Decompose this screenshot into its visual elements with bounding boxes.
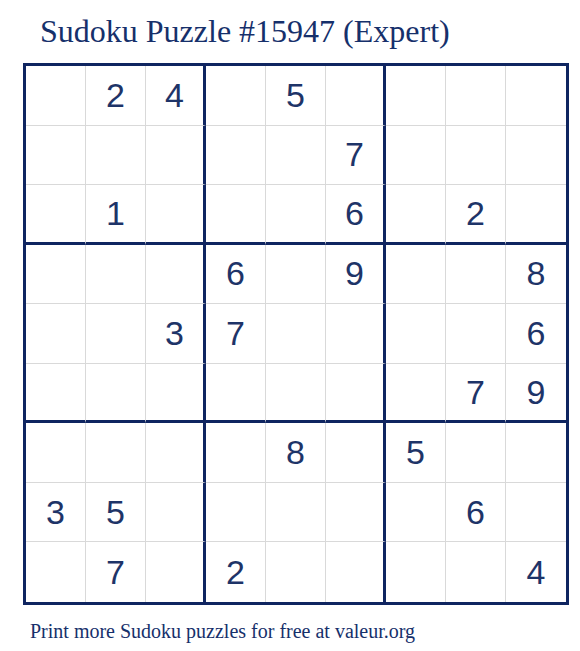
cell-r5c1 xyxy=(26,304,86,364)
cell-r2c7 xyxy=(386,126,446,186)
cell-r4c8 xyxy=(446,245,506,305)
cell-r1c3: 4 xyxy=(146,66,206,126)
cell-r7c6 xyxy=(326,423,386,483)
cell-r6c8: 7 xyxy=(446,364,506,424)
cell-r8c4 xyxy=(206,483,266,543)
cell-r2c4 xyxy=(206,126,266,186)
cell-r5c3: 3 xyxy=(146,304,206,364)
cell-r7c9 xyxy=(506,423,566,483)
cell-r5c5 xyxy=(266,304,326,364)
cell-r7c1 xyxy=(26,423,86,483)
cell-r9c4: 2 xyxy=(206,542,266,602)
sudoku-board: 24571626983767985356724 xyxy=(23,63,569,605)
cell-r2c5 xyxy=(266,126,326,186)
cell-r8c3 xyxy=(146,483,206,543)
page-title: Sudoku Puzzle #15947 (Expert) xyxy=(40,12,580,50)
cell-r5c2 xyxy=(86,304,146,364)
cell-r1c1 xyxy=(26,66,86,126)
cell-r3c9 xyxy=(506,185,566,245)
cell-r8c6 xyxy=(326,483,386,543)
cell-r4c2 xyxy=(86,245,146,305)
cell-r1c5: 5 xyxy=(266,66,326,126)
cell-r7c7: 5 xyxy=(386,423,446,483)
cell-r4c9: 8 xyxy=(506,245,566,305)
cell-r7c3 xyxy=(146,423,206,483)
cell-r2c2 xyxy=(86,126,146,186)
cell-r2c1 xyxy=(26,126,86,186)
cell-r9c5 xyxy=(266,542,326,602)
cell-r3c3 xyxy=(146,185,206,245)
cell-r4c5 xyxy=(266,245,326,305)
cell-r9c6 xyxy=(326,542,386,602)
cell-r5c4: 7 xyxy=(206,304,266,364)
cell-r2c6: 7 xyxy=(326,126,386,186)
cell-r3c5 xyxy=(266,185,326,245)
cell-r3c1 xyxy=(26,185,86,245)
cell-r4c1 xyxy=(26,245,86,305)
cell-r8c9 xyxy=(506,483,566,543)
cell-r3c4 xyxy=(206,185,266,245)
cell-r3c2: 1 xyxy=(86,185,146,245)
cell-r1c2: 2 xyxy=(86,66,146,126)
cell-r3c8: 2 xyxy=(446,185,506,245)
cell-r9c9: 4 xyxy=(506,542,566,602)
cell-r7c4 xyxy=(206,423,266,483)
cell-r4c6: 9 xyxy=(326,245,386,305)
cell-r4c4: 6 xyxy=(206,245,266,305)
cell-r6c2 xyxy=(86,364,146,424)
cell-r4c3 xyxy=(146,245,206,305)
cell-r5c7 xyxy=(386,304,446,364)
cell-r8c8: 6 xyxy=(446,483,506,543)
cell-r1c9 xyxy=(506,66,566,126)
cell-r7c8 xyxy=(446,423,506,483)
cell-r8c1: 3 xyxy=(26,483,86,543)
cell-r6c7 xyxy=(386,364,446,424)
cell-r6c9: 9 xyxy=(506,364,566,424)
cell-r4c7 xyxy=(386,245,446,305)
cell-r5c8 xyxy=(446,304,506,364)
cell-r9c7 xyxy=(386,542,446,602)
cell-r6c4 xyxy=(206,364,266,424)
cell-r9c3 xyxy=(146,542,206,602)
cell-r8c5 xyxy=(266,483,326,543)
cell-r9c1 xyxy=(26,542,86,602)
cell-r2c8 xyxy=(446,126,506,186)
cell-r1c6 xyxy=(326,66,386,126)
cell-r1c8 xyxy=(446,66,506,126)
cell-r1c7 xyxy=(386,66,446,126)
footer-text: Print more Sudoku puzzles for free at va… xyxy=(30,619,580,643)
cell-r2c9 xyxy=(506,126,566,186)
cell-r3c7 xyxy=(386,185,446,245)
cell-r6c5 xyxy=(266,364,326,424)
cell-r6c1 xyxy=(26,364,86,424)
cell-r5c9: 6 xyxy=(506,304,566,364)
cell-r7c2 xyxy=(86,423,146,483)
cell-r2c3 xyxy=(146,126,206,186)
cell-r8c7 xyxy=(386,483,446,543)
cell-r9c2: 7 xyxy=(86,542,146,602)
cell-r9c8 xyxy=(446,542,506,602)
cell-r3c6: 6 xyxy=(326,185,386,245)
cell-r1c4 xyxy=(206,66,266,126)
cell-r8c2: 5 xyxy=(86,483,146,543)
cell-r6c3 xyxy=(146,364,206,424)
cell-r6c6 xyxy=(326,364,386,424)
cell-r7c5: 8 xyxy=(266,423,326,483)
cell-r5c6 xyxy=(326,304,386,364)
